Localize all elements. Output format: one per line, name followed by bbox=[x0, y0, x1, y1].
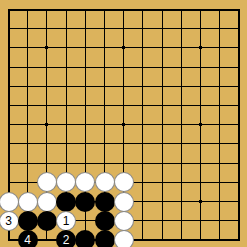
stone-white bbox=[95, 172, 115, 192]
stone-black bbox=[56, 192, 76, 212]
stone-black bbox=[95, 192, 115, 212]
star-point bbox=[199, 200, 202, 203]
grid-line-vertical bbox=[238, 9, 240, 241]
stone-white bbox=[114, 192, 134, 212]
stone-white bbox=[37, 192, 57, 212]
grid-line-vertical bbox=[162, 9, 163, 241]
stone-black bbox=[75, 192, 95, 212]
grid-line-vertical bbox=[142, 9, 143, 241]
star-point bbox=[45, 123, 48, 126]
star-point bbox=[122, 123, 125, 126]
star-point bbox=[45, 46, 48, 49]
stone-white bbox=[37, 172, 57, 192]
stone-black bbox=[95, 211, 115, 231]
move-number-label: 2 bbox=[63, 234, 70, 246]
grid-line-horizontal bbox=[8, 143, 240, 144]
star-point bbox=[199, 123, 202, 126]
stone-white: 1 bbox=[56, 211, 76, 231]
stone-white bbox=[75, 172, 95, 192]
stone-black bbox=[18, 211, 38, 231]
move-number-label: 4 bbox=[24, 234, 31, 246]
stone-black bbox=[37, 211, 57, 231]
stone-white bbox=[114, 172, 134, 192]
star-point bbox=[199, 46, 202, 49]
move-number-label: 1 bbox=[63, 215, 70, 227]
stone-white bbox=[114, 211, 134, 231]
stone-black bbox=[75, 230, 95, 247]
stone-white bbox=[18, 192, 38, 212]
grid-line-vertical bbox=[219, 9, 220, 241]
stone-black: 2 bbox=[56, 230, 76, 247]
stone-white bbox=[0, 192, 19, 212]
grid-line-vertical bbox=[181, 9, 182, 241]
move-number-label: 3 bbox=[5, 215, 12, 227]
go-board[interactable]: 3142 bbox=[0, 0, 247, 247]
star-point bbox=[122, 46, 125, 49]
stone-white bbox=[56, 172, 76, 192]
stone-white: 3 bbox=[0, 211, 19, 231]
stone-black bbox=[95, 230, 115, 247]
grid-line-horizontal bbox=[8, 163, 240, 164]
stone-white bbox=[114, 230, 134, 247]
stone-black: 4 bbox=[18, 230, 38, 247]
